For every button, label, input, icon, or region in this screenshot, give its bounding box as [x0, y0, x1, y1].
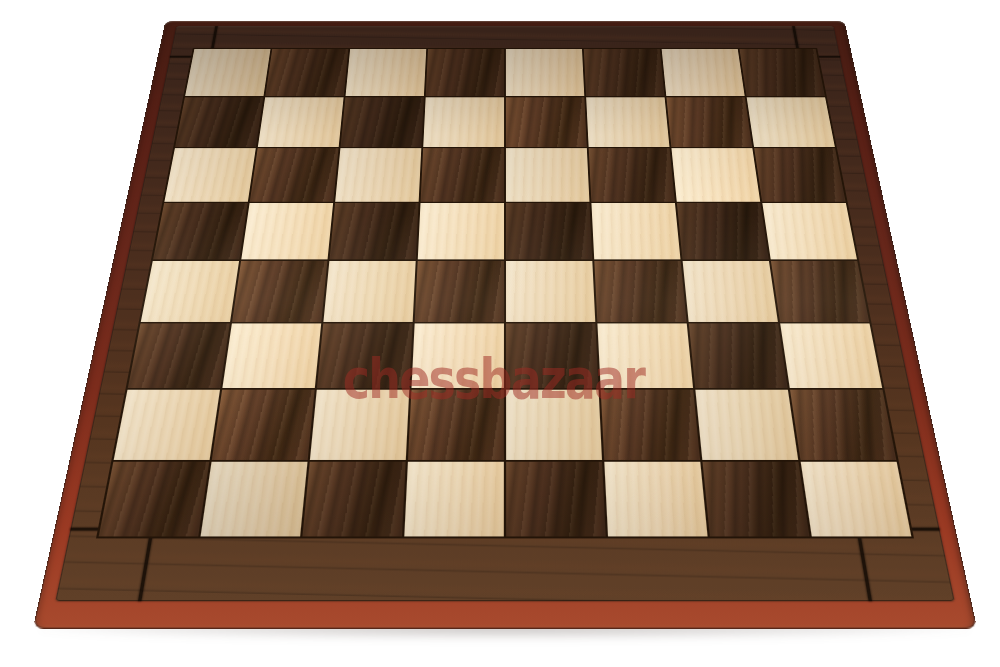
square-e2[interactable]: [506, 390, 602, 460]
square-f6[interactable]: [589, 148, 675, 201]
square-f2[interactable]: [601, 390, 700, 460]
square-e1[interactable]: [506, 461, 606, 536]
square-a1[interactable]: [99, 461, 210, 536]
square-e3[interactable]: [506, 323, 598, 388]
square-g4[interactable]: [683, 261, 778, 322]
square-b8[interactable]: [265, 49, 348, 96]
square-c3[interactable]: [317, 323, 413, 388]
square-h6[interactable]: [754, 148, 845, 201]
square-a8[interactable]: [185, 49, 270, 96]
photo-background: chessbazaar: [0, 0, 1000, 667]
square-d8[interactable]: [426, 49, 504, 96]
square-a7[interactable]: [175, 97, 263, 147]
square-g8[interactable]: [662, 49, 745, 96]
board-bevel-edge: [33, 21, 978, 629]
square-a5[interactable]: [153, 203, 248, 260]
square-g1[interactable]: [702, 461, 809, 536]
square-c2[interactable]: [310, 390, 409, 460]
square-f7[interactable]: [586, 97, 669, 147]
square-h1[interactable]: [801, 461, 912, 536]
square-b6[interactable]: [250, 148, 339, 201]
square-h3[interactable]: [780, 323, 882, 388]
square-f4[interactable]: [594, 261, 686, 322]
square-e4[interactable]: [506, 261, 595, 322]
square-h7[interactable]: [747, 97, 835, 147]
square-f1[interactable]: [604, 461, 707, 536]
square-h8[interactable]: [739, 49, 824, 96]
square-g2[interactable]: [695, 390, 798, 460]
square-h5[interactable]: [762, 203, 857, 260]
square-b5[interactable]: [241, 203, 333, 260]
square-d7[interactable]: [423, 97, 504, 147]
square-b7[interactable]: [258, 97, 344, 147]
square-b4[interactable]: [232, 261, 327, 322]
playing-area: [99, 49, 912, 537]
square-g5[interactable]: [677, 203, 769, 260]
square-a3[interactable]: [128, 323, 230, 388]
square-d5[interactable]: [418, 203, 504, 260]
square-e8[interactable]: [506, 49, 584, 96]
square-f8[interactable]: [584, 49, 665, 96]
square-d3[interactable]: [412, 323, 504, 388]
square-c8[interactable]: [346, 49, 427, 96]
square-g3[interactable]: [689, 323, 788, 388]
square-c5[interactable]: [330, 203, 419, 260]
square-e7[interactable]: [506, 97, 587, 147]
square-b1[interactable]: [201, 461, 308, 536]
board-grid: [99, 49, 912, 537]
square-b3[interactable]: [222, 323, 321, 388]
square-d6[interactable]: [421, 148, 504, 201]
square-d1[interactable]: [404, 461, 504, 536]
board-frame: [55, 26, 954, 601]
square-c1[interactable]: [302, 461, 405, 536]
square-e5[interactable]: [506, 203, 592, 260]
square-b2[interactable]: [212, 390, 315, 460]
square-g6[interactable]: [671, 148, 760, 201]
square-h4[interactable]: [771, 261, 869, 322]
square-f5[interactable]: [591, 203, 680, 260]
square-e6[interactable]: [506, 148, 589, 201]
square-h2[interactable]: [790, 390, 896, 460]
square-f3[interactable]: [597, 323, 693, 388]
square-d4[interactable]: [415, 261, 504, 322]
square-c4[interactable]: [323, 261, 415, 322]
square-a4[interactable]: [141, 261, 239, 322]
square-c7[interactable]: [341, 97, 424, 147]
square-a6[interactable]: [164, 148, 255, 201]
square-g7[interactable]: [666, 97, 752, 147]
chessboard: [33, 21, 978, 629]
square-a2[interactable]: [114, 390, 220, 460]
square-d2[interactable]: [408, 390, 504, 460]
square-c6[interactable]: [335, 148, 421, 201]
